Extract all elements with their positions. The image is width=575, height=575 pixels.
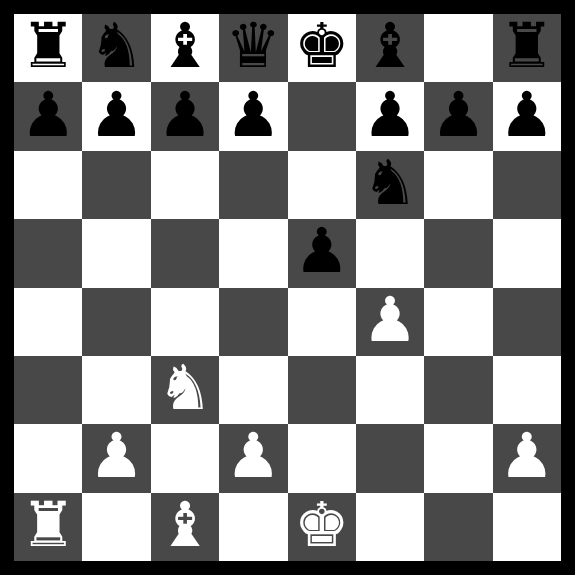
square-c8[interactable]: ♝ [151, 14, 219, 82]
black-bishop[interactable]: ♝ [362, 15, 418, 77]
square-f3[interactable] [356, 356, 424, 424]
square-h1[interactable] [493, 493, 561, 561]
square-a8[interactable]: ♜ [14, 14, 82, 82]
square-b3[interactable] [82, 356, 150, 424]
square-f7[interactable]: ♟ [356, 82, 424, 150]
square-h2[interactable]: ♟ [493, 424, 561, 492]
square-g1[interactable] [424, 493, 492, 561]
square-g3[interactable] [424, 356, 492, 424]
square-h5[interactable] [493, 219, 561, 287]
square-b5[interactable] [82, 219, 150, 287]
black-king[interactable]: ♚ [294, 15, 350, 77]
square-e7[interactable] [288, 82, 356, 150]
square-h3[interactable] [493, 356, 561, 424]
square-d5[interactable] [219, 219, 287, 287]
white-pawn[interactable]: ♟ [499, 425, 555, 487]
square-a4[interactable] [14, 288, 82, 356]
square-e4[interactable] [288, 288, 356, 356]
square-g6[interactable] [424, 151, 492, 219]
square-e5[interactable]: ♟ [288, 219, 356, 287]
square-e1[interactable]: ♚ [288, 493, 356, 561]
square-d1[interactable] [219, 493, 287, 561]
white-rook[interactable]: ♜ [20, 494, 76, 556]
square-b4[interactable] [82, 288, 150, 356]
square-e3[interactable] [288, 356, 356, 424]
white-pawn[interactable]: ♟ [362, 289, 418, 351]
white-king[interactable]: ♚ [294, 494, 350, 556]
square-d8[interactable]: ♛ [219, 14, 287, 82]
square-d6[interactable] [219, 151, 287, 219]
black-pawn[interactable]: ♟ [20, 84, 76, 146]
square-b6[interactable] [82, 151, 150, 219]
black-pawn[interactable]: ♟ [294, 220, 350, 282]
square-h7[interactable]: ♟ [493, 82, 561, 150]
square-a6[interactable] [14, 151, 82, 219]
square-b8[interactable]: ♞ [82, 14, 150, 82]
square-c2[interactable] [151, 424, 219, 492]
square-c4[interactable] [151, 288, 219, 356]
square-e2[interactable] [288, 424, 356, 492]
square-f5[interactable] [356, 219, 424, 287]
square-a2[interactable] [14, 424, 82, 492]
square-c1[interactable]: ♝ [151, 493, 219, 561]
square-e8[interactable]: ♚ [288, 14, 356, 82]
square-g5[interactable] [424, 219, 492, 287]
square-c7[interactable]: ♟ [151, 82, 219, 150]
square-f6[interactable]: ♞ [356, 151, 424, 219]
square-b1[interactable] [82, 493, 150, 561]
black-knight[interactable]: ♞ [89, 15, 145, 77]
black-rook[interactable]: ♜ [20, 15, 76, 77]
square-d7[interactable]: ♟ [219, 82, 287, 150]
square-d2[interactable]: ♟ [219, 424, 287, 492]
square-f4[interactable]: ♟ [356, 288, 424, 356]
square-h8[interactable]: ♜ [493, 14, 561, 82]
square-a7[interactable]: ♟ [14, 82, 82, 150]
chess-board: ♜♞♝♛♚♝♜♟♟♟♟♟♟♟♞♟♟♞♟♟♟♜♝♚ [14, 14, 561, 561]
square-c6[interactable] [151, 151, 219, 219]
black-pawn[interactable]: ♟ [362, 84, 418, 146]
square-e6[interactable] [288, 151, 356, 219]
white-knight[interactable]: ♞ [157, 357, 213, 419]
square-g7[interactable]: ♟ [424, 82, 492, 150]
black-queen[interactable]: ♛ [226, 15, 282, 77]
black-rook[interactable]: ♜ [499, 15, 555, 77]
square-f2[interactable] [356, 424, 424, 492]
square-g2[interactable] [424, 424, 492, 492]
black-pawn[interactable]: ♟ [499, 84, 555, 146]
square-g8[interactable] [424, 14, 492, 82]
square-d3[interactable] [219, 356, 287, 424]
black-bishop[interactable]: ♝ [157, 15, 213, 77]
square-c3[interactable]: ♞ [151, 356, 219, 424]
square-c5[interactable] [151, 219, 219, 287]
white-pawn[interactable]: ♟ [89, 425, 145, 487]
black-knight[interactable]: ♞ [362, 152, 418, 214]
black-pawn[interactable]: ♟ [157, 84, 213, 146]
board-frame: ♜♞♝♛♚♝♜♟♟♟♟♟♟♟♞♟♟♞♟♟♟♜♝♚ [0, 0, 575, 575]
square-b7[interactable]: ♟ [82, 82, 150, 150]
square-h4[interactable] [493, 288, 561, 356]
square-d4[interactable] [219, 288, 287, 356]
square-g4[interactable] [424, 288, 492, 356]
white-bishop[interactable]: ♝ [157, 494, 213, 556]
square-h6[interactable] [493, 151, 561, 219]
square-a1[interactable]: ♜ [14, 493, 82, 561]
black-pawn[interactable]: ♟ [226, 84, 282, 146]
square-b2[interactable]: ♟ [82, 424, 150, 492]
square-f1[interactable] [356, 493, 424, 561]
white-pawn[interactable]: ♟ [226, 425, 282, 487]
square-a3[interactable] [14, 356, 82, 424]
black-pawn[interactable]: ♟ [431, 84, 487, 146]
square-f8[interactable]: ♝ [356, 14, 424, 82]
square-a5[interactable] [14, 219, 82, 287]
black-pawn[interactable]: ♟ [89, 84, 145, 146]
